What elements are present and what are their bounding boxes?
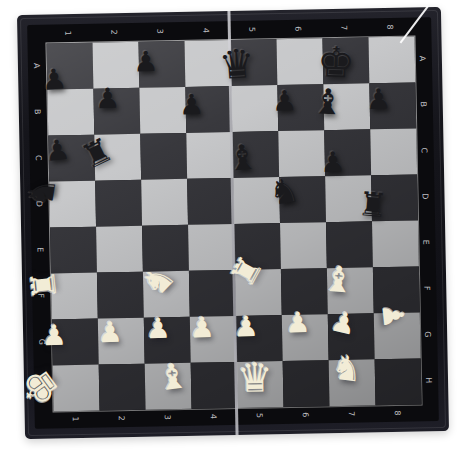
square-A2: [93, 42, 140, 89]
square-B6: [277, 84, 324, 131]
square-B4: [185, 86, 232, 133]
square-G3: [144, 317, 191, 364]
product-photo: 12345678 12345678 ABCDEFGH ABCDEFGH ♟♟♛♚…: [0, 0, 467, 461]
square-C6: [278, 130, 325, 177]
square-B8: [369, 82, 416, 129]
square-C5: [232, 131, 279, 178]
square-B5: [231, 85, 278, 132]
square-H2: [99, 364, 146, 411]
square-D3: [141, 179, 188, 226]
square-H3: [145, 363, 192, 410]
square-C8: [370, 128, 417, 175]
square-H1: [53, 365, 100, 412]
square-H4: [191, 362, 238, 409]
square-F5: [235, 269, 282, 316]
square-D7: [325, 175, 372, 222]
square-F8: [373, 266, 420, 313]
square-D4: [187, 178, 234, 225]
square-F2: [97, 272, 144, 319]
square-G7: [328, 313, 375, 360]
square-F4: [189, 270, 236, 317]
square-H7: [329, 359, 376, 406]
square-G5: [236, 315, 283, 362]
square-E2: [96, 226, 143, 273]
square-G1: [52, 319, 99, 366]
square-F1: [51, 273, 98, 320]
square-D8: [371, 174, 418, 221]
square-F6: [281, 268, 328, 315]
square-B1: [47, 89, 94, 136]
square-D6: [279, 176, 326, 223]
square-B3: [139, 87, 186, 134]
square-H8: [375, 358, 422, 405]
square-G4: [190, 316, 237, 363]
square-A6: [276, 38, 323, 85]
square-C1: [48, 135, 95, 182]
square-G6: [282, 314, 329, 361]
square-E8: [372, 220, 419, 267]
square-A8: [368, 36, 415, 83]
square-A7: [322, 37, 369, 84]
square-B7: [323, 83, 370, 130]
square-E4: [188, 224, 235, 271]
square-G2: [98, 318, 145, 365]
square-E6: [280, 222, 327, 269]
square-A3: [139, 41, 186, 88]
square-H6: [283, 360, 330, 407]
square-B2: [93, 88, 140, 135]
square-D5: [233, 177, 280, 224]
square-A4: [184, 40, 231, 87]
square-C4: [186, 132, 233, 179]
square-E7: [326, 221, 373, 268]
square-E5: [234, 223, 281, 270]
square-A5: [230, 39, 277, 86]
square-E1: [50, 227, 97, 274]
square-C2: [94, 134, 141, 181]
square-G8: [374, 312, 421, 359]
square-H5: [237, 361, 284, 408]
chessboard: 12345678 12345678 ABCDEFGH ABCDEFGH ♟♟♛♚…: [17, 7, 449, 439]
square-A1: [47, 43, 94, 90]
square-C3: [140, 133, 187, 180]
square-C7: [324, 129, 371, 176]
square-F3: [143, 271, 190, 318]
square-F7: [327, 267, 374, 314]
square-D1: [49, 181, 96, 228]
square-D2: [95, 180, 142, 227]
square-E3: [142, 225, 189, 272]
